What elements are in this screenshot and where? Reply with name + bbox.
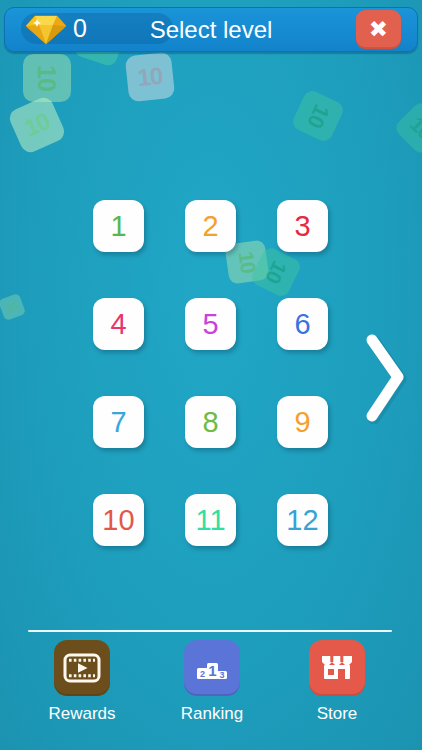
- svg-text:3: 3: [219, 670, 224, 680]
- level-select-screen: 101010101010101010 0 Select level ✖: [0, 0, 422, 750]
- svg-text:2: 2: [200, 669, 205, 679]
- rewards-label: Rewards: [22, 704, 142, 724]
- level-button-1[interactable]: 1: [93, 200, 144, 252]
- header-bar: 0 Select level ✖: [4, 7, 418, 52]
- level-button-10[interactable]: 10: [93, 494, 144, 546]
- next-page-button[interactable]: [360, 332, 408, 427]
- svg-text:1: 1: [208, 662, 216, 679]
- background-tile-10: 10: [0, 293, 26, 321]
- store-label: Store: [277, 704, 397, 724]
- level-button-6[interactable]: 6: [277, 298, 328, 350]
- rewards-button[interactable]: Rewards: [22, 640, 142, 724]
- background-tile-10: 10: [125, 52, 176, 103]
- footer-divider: [28, 630, 392, 632]
- store-button[interactable]: Store: [277, 640, 397, 724]
- level-button-2[interactable]: 2: [185, 200, 236, 252]
- storefront-icon: [309, 640, 365, 696]
- level-button-8[interactable]: 8: [185, 396, 236, 448]
- ranking-button[interactable]: 1 2 3 Ranking: [152, 640, 272, 724]
- level-button-7[interactable]: 7: [93, 396, 144, 448]
- ranking-label: Ranking: [152, 704, 272, 724]
- level-button-4[interactable]: 4: [93, 298, 144, 350]
- close-button[interactable]: ✖: [356, 10, 401, 49]
- podium-icon: 1 2 3: [184, 640, 240, 696]
- background-tile-10: 10: [7, 95, 68, 156]
- level-button-12[interactable]: 12: [277, 494, 328, 546]
- level-button-3[interactable]: 3: [277, 200, 328, 252]
- background-tile-10: 10: [290, 88, 346, 144]
- chevron-right-icon: [360, 412, 408, 427]
- level-button-5[interactable]: 5: [185, 298, 236, 350]
- level-grid: 1 2 3 4 5 6 7 8 9 10 11 12: [93, 200, 328, 546]
- background-tile-10: 10: [393, 100, 422, 157]
- film-strip-icon: [54, 640, 110, 696]
- level-button-11[interactable]: 11: [185, 494, 236, 546]
- background-tile-10: 10: [23, 54, 71, 102]
- level-button-9[interactable]: 9: [277, 396, 328, 448]
